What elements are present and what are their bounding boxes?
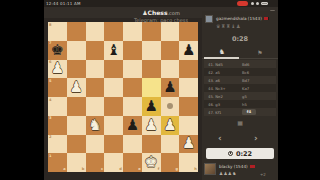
rank-label-8: 8 <box>49 23 52 27</box>
square-e2[interactable] <box>123 135 142 154</box>
square-g1[interactable]: g <box>161 153 180 172</box>
next-move-button[interactable]: › <box>254 133 258 143</box>
move-row-6[interactable]: 46. g3h5 <box>204 100 276 108</box>
square-b3[interactable] <box>67 116 86 135</box>
square-d4[interactable] <box>104 97 123 116</box>
black-pawn-f4[interactable]: ♟ <box>142 97 161 116</box>
square-a5[interactable]: 5 <box>48 78 67 97</box>
black-pawn-h7[interactable]: ♟ <box>179 41 198 60</box>
player-flag-icon <box>250 165 255 169</box>
bluetooth-icon <box>256 2 259 5</box>
square-d5[interactable] <box>104 78 123 97</box>
move-list[interactable]: 41. Nd5Bd642. a5Bc643. a6Bd744. Nc3+Ka74… <box>204 60 276 116</box>
move-row-5[interactable]: 45. Ne2g5 <box>204 92 276 100</box>
square-h2[interactable]: ♟ <box>179 135 198 154</box>
square-f6[interactable] <box>142 60 161 79</box>
black-pawn-e3[interactable]: ♟ <box>123 116 142 135</box>
square-e3[interactable]: ♟ <box>123 116 142 135</box>
square-c3[interactable]: ♞ <box>86 116 105 135</box>
black-move[interactable]: Bd6 <box>242 62 272 67</box>
black-move[interactable]: Ka7 <box>242 86 272 91</box>
square-f3[interactable]: ♟ <box>142 116 161 135</box>
active-tab-underline <box>204 57 239 59</box>
square-e5[interactable] <box>123 78 142 97</box>
square-c7[interactable] <box>86 41 105 60</box>
square-h3[interactable] <box>179 116 198 135</box>
file-label-d: d <box>119 167 122 171</box>
side-panel: gazmendshala (1543) ♛♜♜♝♟ 0:28 ♞ ⚑ 41. N… <box>202 11 278 180</box>
square-g8[interactable] <box>161 22 180 41</box>
square-f8[interactable] <box>142 22 161 41</box>
rank-label-4: 4 <box>49 98 52 102</box>
square-g4[interactable] <box>161 97 180 116</box>
black-pawn-g5[interactable]: ♟ <box>161 78 180 97</box>
square-e7[interactable] <box>123 41 142 60</box>
file-label-a: a <box>63 167 65 171</box>
white-move[interactable]: 44. Nc3+ <box>204 86 242 91</box>
square-c2[interactable] <box>86 135 105 154</box>
square-h5[interactable] <box>179 78 198 97</box>
square-h8[interactable] <box>179 22 198 41</box>
square-h6[interactable] <box>179 60 198 79</box>
watermark-text: Telegram: paco chess <box>44 17 278 23</box>
black-move[interactable]: Bc6 <box>242 70 272 75</box>
square-g6[interactable] <box>161 60 180 79</box>
file-label-c: c <box>101 167 103 171</box>
square-c1[interactable]: c <box>86 153 105 172</box>
square-f7[interactable] <box>142 41 161 60</box>
white-pawn-f3[interactable]: ♟ <box>142 116 161 135</box>
white-move[interactable]: 47. Kf1 <box>204 110 242 115</box>
battery-icon <box>261 2 268 6</box>
tab-flag-icon[interactable]: ⚑ <box>252 49 268 56</box>
player-clock-active: 0:22 <box>206 148 274 159</box>
current-move[interactable]: f4 <box>242 109 256 115</box>
square-f1[interactable]: f♚ <box>142 153 161 172</box>
square-d8[interactable] <box>104 22 123 41</box>
player-clock-time: 0:22 <box>236 150 252 158</box>
file-label-g: g <box>175 167 178 171</box>
square-c8[interactable] <box>86 22 105 41</box>
white-move[interactable]: 45. Ne2 <box>204 94 242 99</box>
square-d6[interactable] <box>104 60 123 79</box>
chess-board[interactable]: 87♚♝♟6♟5♟♟4♟3♞♟♟♟2♟1abcdef♚gh <box>48 22 198 172</box>
black-move[interactable]: h5 <box>242 102 272 107</box>
rank-label-5: 5 <box>49 79 52 83</box>
square-h7[interactable]: ♟ <box>179 41 198 60</box>
square-a3[interactable]: 3 <box>48 116 67 135</box>
player-avatar[interactable] <box>204 163 216 175</box>
square-a4[interactable]: 4 <box>48 97 67 116</box>
square-b4[interactable] <box>67 97 86 116</box>
white-move[interactable]: 42. a5 <box>204 70 242 75</box>
rank-label-3: 3 <box>49 116 52 120</box>
move-row-4[interactable]: 44. Nc3+Ka7 <box>204 84 276 92</box>
square-a2[interactable]: 2 <box>48 135 67 154</box>
file-label-e: e <box>138 167 140 171</box>
wifi-icon <box>251 2 254 5</box>
move-row-3[interactable]: 43. a6Bd7 <box>204 76 276 84</box>
square-h1[interactable]: h <box>179 153 198 172</box>
square-b6[interactable] <box>67 60 86 79</box>
opponent-captured-pieces: ♛♜♜♝♟ <box>216 23 241 29</box>
legal-move-dot-g4[interactable] <box>167 103 173 109</box>
square-g5[interactable]: ♟ <box>161 78 180 97</box>
square-g2[interactable] <box>161 135 180 154</box>
app-window: 12:44 01:11 AM ♟Chess.com Telegram: paco… <box>44 0 278 180</box>
white-pawn-b5[interactable]: ♟ <box>67 78 86 97</box>
black-bishop-d7[interactable]: ♝ <box>104 41 123 60</box>
square-a1[interactable]: 1a <box>48 153 67 172</box>
square-d3[interactable] <box>104 116 123 135</box>
move-row-2[interactable]: 42. a5Bc6 <box>204 68 276 76</box>
move-row-7[interactable]: 47. Kf1f4 <box>204 108 276 116</box>
square-d2[interactable] <box>104 135 123 154</box>
square-g3[interactable]: ♟ <box>161 116 180 135</box>
material-advantage: +2 <box>260 172 266 177</box>
status-time: 12:44 01:11 AM <box>46 1 81 6</box>
opponent-clock: 0:28 <box>202 35 278 43</box>
file-label-h: h <box>194 167 197 171</box>
square-c4[interactable] <box>86 97 105 116</box>
screen: 12:44 01:11 AM ♟Chess.com Telegram: paco… <box>0 0 320 180</box>
square-b5[interactable]: ♟ <box>67 78 86 97</box>
white-knight-c3[interactable]: ♞ <box>86 116 105 135</box>
rank-label-7: 7 <box>49 41 52 45</box>
white-move[interactable]: 46. g3 <box>204 102 242 107</box>
square-f5[interactable] <box>142 78 161 97</box>
white-pawn-g3[interactable]: ♟ <box>161 116 180 135</box>
status-bar: 12:44 01:11 AM <box>44 0 278 7</box>
square-c6[interactable] <box>86 60 105 79</box>
square-e1[interactable]: e <box>123 153 142 172</box>
square-e6[interactable] <box>123 60 142 79</box>
square-f4[interactable]: ♟ <box>142 97 161 116</box>
square-a7[interactable]: 7♚ <box>48 41 67 60</box>
square-a6[interactable]: 6♟ <box>48 60 67 79</box>
rank-label-1: 1 <box>49 154 52 158</box>
square-e8[interactable] <box>123 22 142 41</box>
square-b1[interactable]: b <box>67 153 86 172</box>
panel-tabs: ♞ ⚑ <box>202 47 278 59</box>
black-move[interactable]: Bd7 <box>242 78 272 83</box>
white-pawn-h2[interactable]: ♟ <box>179 135 198 154</box>
player-captured-pieces: ♟♟♟♞ <box>219 171 237 176</box>
recording-indicator-icon <box>237 1 248 6</box>
player-name[interactable]: blacky (1544) <box>219 164 248 169</box>
square-e4[interactable] <box>123 97 142 116</box>
square-a8[interactable]: 8 <box>48 22 67 41</box>
rank-label-2: 2 <box>49 135 52 139</box>
prev-move-button[interactable]: ‹ <box>218 133 222 143</box>
stopwatch-icon <box>228 151 233 156</box>
rank-label-6: 6 <box>49 60 52 64</box>
square-d1[interactable]: d <box>104 153 123 172</box>
white-move[interactable]: 41. Nd5 <box>204 62 242 67</box>
white-move[interactable]: 43. a6 <box>204 78 242 83</box>
square-b8[interactable] <box>67 22 86 41</box>
move-row-1[interactable]: 41. Nd5Bd6 <box>204 60 276 68</box>
black-move[interactable]: g5 <box>242 94 272 99</box>
square-b2[interactable] <box>67 135 86 154</box>
file-label-f: f <box>158 167 160 171</box>
file-label-b: b <box>82 167 85 171</box>
square-g7[interactable] <box>161 41 180 60</box>
analysis-grid-icon[interactable]: ▦ <box>202 119 278 126</box>
square-h4[interactable] <box>179 97 198 116</box>
square-c5[interactable] <box>86 78 105 97</box>
square-f2[interactable] <box>142 135 161 154</box>
square-d7[interactable]: ♝ <box>104 41 123 60</box>
square-b7[interactable] <box>67 41 86 60</box>
tab-moves-knight-icon[interactable]: ♞ <box>214 48 230 56</box>
